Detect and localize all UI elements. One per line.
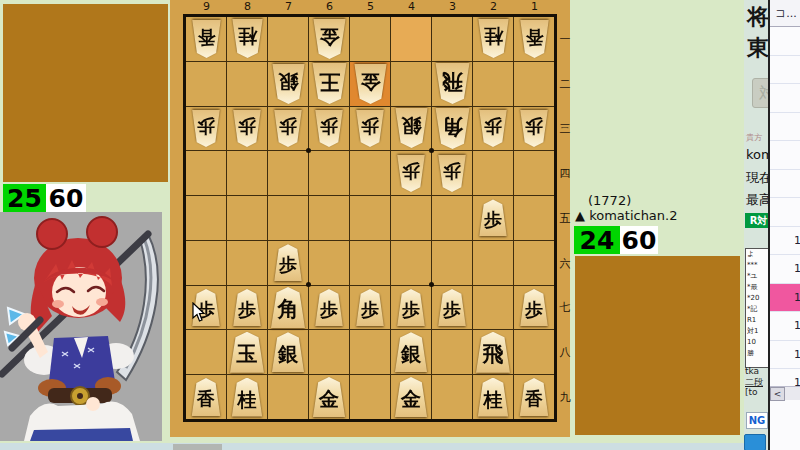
file-labels: 987654321 (186, 0, 555, 14)
square-1-9[interactable]: 香 (514, 375, 554, 419)
square-4-6[interactable] (391, 241, 431, 285)
comment-column-header[interactable]: コ... (770, 0, 800, 27)
horizontal-scrollbar[interactable]: < (770, 386, 800, 400)
black-clock: 24 60 (574, 226, 658, 254)
panel-title-line1: 将 (747, 2, 769, 32)
footer-line-3: [to (745, 387, 758, 397)
panel-blue-icon[interactable] (744, 434, 766, 450)
black-player-rating: (1772) (588, 193, 631, 208)
square-3-9[interactable] (432, 375, 472, 419)
rank-label-7: 七 (558, 286, 572, 331)
file-label-3: 3 (432, 0, 473, 14)
file-label-4: 4 (391, 0, 432, 14)
info-line: *最 (747, 282, 770, 293)
square-9-4[interactable] (186, 151, 226, 195)
square-5-8[interactable] (350, 330, 390, 374)
square-7-9[interactable] (268, 375, 308, 419)
black-piece-l[interactable]: 香 (519, 378, 550, 416)
rank-labels: 一二三四五六七八九 (558, 17, 572, 420)
white-piece-p[interactable]: 歩 (191, 110, 221, 147)
square-3-7[interactable]: 歩 (432, 286, 472, 330)
square-9-6[interactable] (186, 241, 226, 285)
shogi-board[interactable]: 香桂金桂香銀王金飛歩歩歩歩歩銀角歩歩歩歩歩歩歩歩角歩歩歩歩歩玉銀銀飛香桂金金桂香 (183, 14, 557, 422)
square-2-7[interactable] (473, 286, 513, 330)
white-clock-minutes: 25 (3, 184, 46, 212)
square-6-3[interactable]: 歩 (309, 107, 349, 151)
white-piece-p[interactable]: 歩 (273, 110, 303, 147)
square-8-2[interactable] (227, 62, 267, 106)
square-2-6[interactable] (473, 241, 513, 285)
white-piece-p[interactable]: 歩 (355, 110, 385, 147)
square-9-2[interactable] (186, 62, 226, 106)
hoshi-dot (429, 282, 434, 287)
file-label-8: 8 (227, 0, 268, 14)
comment-table-row[interactable] (770, 56, 800, 85)
white-piece-g[interactable]: 金 (353, 64, 388, 104)
square-4-5[interactable] (391, 196, 431, 240)
square-6-8[interactable] (309, 330, 349, 374)
black-piece-p[interactable]: 歩 (478, 199, 508, 236)
black-piece-s[interactable]: 銀 (271, 332, 306, 372)
hoshi-dot (429, 148, 434, 153)
square-8-7[interactable]: 歩 (227, 286, 267, 330)
rank-label-9: 九 (558, 375, 572, 420)
comment-table-row[interactable] (770, 84, 800, 113)
black-piece-n[interactable]: 桂 (231, 378, 264, 417)
square-5-2[interactable]: 金 (350, 62, 390, 106)
comment-rows: 111111 (770, 27, 800, 398)
square-6-5[interactable] (309, 196, 349, 240)
white-piece-k[interactable]: 王 (311, 63, 348, 104)
square-2-9[interactable]: 桂 (473, 375, 513, 419)
black-piece-b[interactable]: 角 (270, 287, 307, 328)
info-line: *ユ (747, 271, 770, 282)
white-clock-seconds: 60 (46, 184, 86, 212)
white-piece-p[interactable]: 歩 (314, 110, 344, 147)
square-2-8[interactable]: 飛 (473, 330, 513, 374)
square-6-2[interactable]: 王 (309, 62, 349, 106)
black-piece-g[interactable]: 金 (394, 377, 429, 417)
square-4-8[interactable]: 銀 (391, 330, 431, 374)
square-8-9[interactable]: 桂 (227, 375, 267, 419)
square-9-3[interactable]: 歩 (186, 107, 226, 151)
square-2-2[interactable] (473, 62, 513, 106)
square-3-6[interactable] (432, 241, 472, 285)
square-5-9[interactable] (350, 375, 390, 419)
file-label-9: 9 (186, 0, 227, 14)
file-label-6: 6 (309, 0, 350, 14)
black-clock-seconds: 60 (620, 226, 658, 254)
black-piece-p[interactable]: 歩 (519, 289, 549, 326)
white-piece-s[interactable]: 銀 (271, 64, 306, 104)
square-7-5[interactable] (268, 196, 308, 240)
black-piece-p[interactable]: 歩 (232, 289, 262, 326)
black-piece-p[interactable]: 歩 (273, 244, 303, 281)
square-2-1[interactable]: 桂 (473, 17, 513, 61)
square-3-8[interactable] (432, 330, 472, 374)
square-8-5[interactable] (227, 196, 267, 240)
info-line: 勝 (747, 348, 770, 359)
white-piece-n[interactable]: 桂 (477, 19, 510, 58)
white-piece-n[interactable]: 桂 (231, 19, 264, 58)
file-label-5: 5 (350, 0, 391, 14)
square-7-6[interactable]: 歩 (268, 241, 308, 285)
square-3-3[interactable]: 角 (432, 107, 472, 151)
square-4-7[interactable]: 歩 (391, 286, 431, 330)
square-4-1[interactable] (391, 17, 431, 61)
comment-table-row[interactable]: 1 (770, 341, 800, 370)
square-1-2[interactable] (514, 62, 554, 106)
square-4-2[interactable] (391, 62, 431, 106)
hoshi-dot (306, 148, 311, 153)
black-piece-n[interactable]: 桂 (477, 378, 510, 417)
black-piece-g[interactable]: 金 (312, 377, 347, 417)
square-6-9[interactable]: 金 (309, 375, 349, 419)
shogi-client-window: 25 60 (0, 0, 800, 450)
square-5-5[interactable] (350, 196, 390, 240)
square-2-3[interactable]: 歩 (473, 107, 513, 151)
info-line: R1 (747, 315, 770, 326)
black-piece-r[interactable]: 飛 (475, 332, 512, 373)
square-7-7[interactable]: 角 (268, 286, 308, 330)
black-piece-l[interactable]: 香 (191, 378, 222, 416)
square-3-5[interactable] (432, 196, 472, 240)
white-piece-p[interactable]: 歩 (396, 155, 426, 192)
square-8-8[interactable]: 玉 (227, 330, 267, 374)
square-2-5[interactable]: 歩 (473, 196, 513, 240)
ng-button[interactable]: NG (746, 412, 768, 429)
comment-table-row[interactable]: 1 (770, 255, 800, 284)
white-piece-p[interactable]: 歩 (478, 110, 508, 147)
rank-label-1: 一 (558, 17, 572, 62)
comment-table-row[interactable] (770, 113, 800, 142)
white-piece-p[interactable]: 歩 (519, 110, 549, 147)
board-panel: 987654321 香桂金桂香銀王金飛歩歩歩歩歩銀角歩歩歩歩歩歩歩歩角歩歩歩歩歩… (170, 0, 570, 437)
player-avatar-image (0, 212, 162, 441)
square-9-8[interactable] (186, 330, 226, 374)
square-1-1[interactable]: 香 (514, 17, 554, 61)
file-label-1: 1 (514, 0, 555, 14)
comment-table-row[interactable] (770, 170, 800, 199)
white-piece-r[interactable]: 飛 (434, 63, 471, 104)
comment-table-row[interactable]: 1 (770, 312, 800, 341)
square-5-6[interactable] (350, 241, 390, 285)
square-6-4[interactable] (309, 151, 349, 195)
square-9-5[interactable] (186, 196, 226, 240)
file-label-7: 7 (268, 0, 309, 14)
white-piece-l[interactable]: 香 (191, 20, 222, 58)
square-7-1[interactable] (268, 17, 308, 61)
square-5-7[interactable]: 歩 (350, 286, 390, 330)
hoshi-dot (306, 282, 311, 287)
white-piece-b[interactable]: 角 (434, 108, 471, 149)
bottom-strip (0, 443, 744, 450)
square-9-1[interactable]: 香 (186, 17, 226, 61)
rank-label-2: 二 (558, 62, 572, 107)
square-1-7[interactable]: 歩 (514, 286, 554, 330)
white-clock: 25 60 (3, 184, 86, 212)
white-piece-g[interactable]: 金 (312, 19, 347, 59)
white-captured-pieces-tray[interactable] (3, 4, 168, 182)
square-5-4[interactable] (350, 151, 390, 195)
info-line: 10 (747, 337, 770, 348)
square-1-6[interactable] (514, 241, 554, 285)
white-piece-p[interactable]: 歩 (437, 155, 467, 192)
square-8-1[interactable]: 桂 (227, 17, 267, 61)
white-piece-s[interactable]: 銀 (394, 108, 429, 148)
square-3-4[interactable]: 歩 (432, 151, 472, 195)
square-2-4[interactable] (473, 151, 513, 195)
square-7-4[interactable] (268, 151, 308, 195)
info-line: よ (747, 249, 770, 260)
square-5-3[interactable]: 歩 (350, 107, 390, 151)
square-1-3[interactable]: 歩 (514, 107, 554, 151)
rank-label-6: 六 (558, 241, 572, 286)
comment-table-row[interactable] (770, 27, 800, 56)
square-3-2[interactable]: 飛 (432, 62, 472, 106)
black-piece-p[interactable]: 歩 (396, 289, 426, 326)
mouse-cursor (192, 302, 206, 322)
square-3-1[interactable] (432, 17, 472, 61)
square-5-1[interactable] (350, 17, 390, 61)
footer-line-1: tka (745, 366, 759, 376)
square-7-8[interactable]: 銀 (268, 330, 308, 374)
taskbar-button[interactable] (173, 444, 222, 450)
square-6-6[interactable] (309, 241, 349, 285)
black-clock-minutes: 24 (574, 226, 620, 254)
black-piece-p[interactable]: 歩 (355, 289, 385, 326)
rank-label-4: 四 (558, 151, 572, 196)
square-1-5[interactable] (514, 196, 554, 240)
white-piece-p[interactable]: 歩 (232, 110, 262, 147)
square-1-8[interactable] (514, 330, 554, 374)
black-captured-pieces-tray[interactable] (575, 256, 740, 435)
square-4-3[interactable]: 銀 (391, 107, 431, 151)
square-8-4[interactable] (227, 151, 267, 195)
rank-label-3: 三 (558, 107, 572, 152)
label-you: 貴方 (746, 132, 762, 143)
square-1-4[interactable] (514, 151, 554, 195)
square-4-9[interactable]: 金 (391, 375, 431, 419)
comment-table-row[interactable]: 1 (770, 284, 800, 313)
comment-table-row[interactable]: 1 (770, 227, 800, 256)
square-4-4[interactable]: 歩 (391, 151, 431, 195)
comment-table-window: コ... 111111 < (768, 0, 800, 450)
info-line: 対1 (747, 326, 770, 337)
rank-label-8: 八 (558, 330, 572, 375)
info-line: *20 (747, 293, 770, 304)
scroll-left-arrow-icon[interactable]: < (770, 387, 785, 401)
comment-table-row[interactable] (770, 198, 800, 227)
square-6-7[interactable]: 歩 (309, 286, 349, 330)
comment-table-row[interactable] (770, 141, 800, 170)
black-player-name: ▲ komatichan.2 (575, 208, 677, 223)
info-line: *** (747, 260, 770, 271)
square-9-9[interactable]: 香 (186, 375, 226, 419)
square-6-1[interactable]: 金 (309, 17, 349, 61)
file-label-2: 2 (473, 0, 514, 14)
white-piece-l[interactable]: 香 (519, 20, 550, 58)
square-7-3[interactable]: 歩 (268, 107, 308, 151)
square-8-6[interactable] (227, 241, 267, 285)
square-7-2[interactable]: 銀 (268, 62, 308, 106)
panel-title-line2: 東 (747, 33, 769, 63)
black-piece-k[interactable]: 玉 (229, 332, 266, 373)
black-piece-p[interactable]: 歩 (314, 289, 344, 326)
black-piece-p[interactable]: 歩 (437, 289, 467, 326)
info-line: *記 (747, 304, 770, 315)
square-8-3[interactable]: 歩 (227, 107, 267, 151)
rank-label-5: 五 (558, 196, 572, 241)
black-piece-s[interactable]: 銀 (394, 332, 429, 372)
